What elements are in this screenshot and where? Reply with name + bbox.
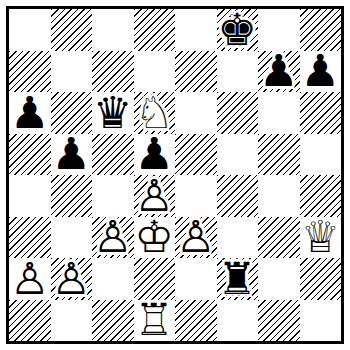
square-e3[interactable]: ♟♙ <box>175 217 217 259</box>
black-pawn[interactable]: ♟ <box>9 92 51 134</box>
black-pawn[interactable]: ♟ <box>134 134 176 176</box>
square-b3[interactable] <box>51 217 93 259</box>
square-d8[interactable] <box>134 9 176 51</box>
square-b2[interactable]: ♟♙ <box>51 258 93 300</box>
square-d7[interactable] <box>134 51 176 93</box>
square-d5[interactable]: ♟♟ <box>134 134 176 176</box>
square-f1[interactable] <box>217 300 259 342</box>
black-rook[interactable]: ♜ <box>217 258 259 300</box>
square-a2[interactable]: ♟♙ <box>9 258 51 300</box>
square-e2[interactable] <box>175 258 217 300</box>
square-g3[interactable] <box>258 217 300 259</box>
square-h3[interactable]: ♛♕ <box>300 217 342 259</box>
black-pawn[interactable]: ♟ <box>51 134 93 176</box>
black-pawn[interactable]: ♟ <box>258 51 300 93</box>
square-a5[interactable] <box>9 134 51 176</box>
square-e1[interactable] <box>175 300 217 342</box>
square-f8[interactable]: ♚♚ <box>217 9 259 51</box>
square-h2[interactable] <box>300 258 342 300</box>
square-g6[interactable] <box>258 92 300 134</box>
square-c7[interactable] <box>92 51 134 93</box>
square-c5[interactable] <box>92 134 134 176</box>
square-a3[interactable] <box>9 217 51 259</box>
square-h5[interactable] <box>300 134 342 176</box>
square-e8[interactable] <box>175 9 217 51</box>
square-g5[interactable] <box>258 134 300 176</box>
square-c3[interactable]: ♟♙ <box>92 217 134 259</box>
square-d1[interactable]: ♜♖ <box>134 300 176 342</box>
chess-board: ♚♚♟♟♟♟♟♟♛♛♞♘♟♟♟♟♟♙♟♙♚♔♟♙♛♕♟♙♟♙♜♜♜♖ <box>9 9 341 341</box>
square-h6[interactable] <box>300 92 342 134</box>
board-border: ♚♚♟♟♟♟♟♟♛♛♞♘♟♟♟♟♟♙♟♙♚♔♟♙♛♕♟♙♟♙♜♜♜♖ <box>6 6 344 344</box>
white-pawn[interactable]: ♙ <box>92 217 134 259</box>
square-b4[interactable] <box>51 175 93 217</box>
square-f4[interactable] <box>217 175 259 217</box>
square-b5[interactable]: ♟♟ <box>51 134 93 176</box>
black-pawn[interactable]: ♟ <box>300 51 342 93</box>
square-g1[interactable] <box>258 300 300 342</box>
white-king[interactable]: ♔ <box>134 217 176 259</box>
square-f6[interactable] <box>217 92 259 134</box>
square-c2[interactable] <box>92 258 134 300</box>
square-d3[interactable]: ♚♔ <box>134 217 176 259</box>
square-g2[interactable] <box>258 258 300 300</box>
square-e5[interactable] <box>175 134 217 176</box>
square-b8[interactable] <box>51 9 93 51</box>
white-pawn[interactable]: ♙ <box>9 258 51 300</box>
square-h7[interactable]: ♟♟ <box>300 51 342 93</box>
square-b7[interactable] <box>51 51 93 93</box>
white-queen[interactable]: ♕ <box>300 217 342 259</box>
square-h1[interactable] <box>300 300 342 342</box>
square-a8[interactable] <box>9 9 51 51</box>
white-pawn[interactable]: ♙ <box>51 258 93 300</box>
square-c1[interactable] <box>92 300 134 342</box>
square-a1[interactable] <box>9 300 51 342</box>
square-b1[interactable] <box>51 300 93 342</box>
square-f3[interactable] <box>217 217 259 259</box>
square-a4[interactable] <box>9 175 51 217</box>
square-a6[interactable]: ♟♟ <box>9 92 51 134</box>
square-a7[interactable] <box>9 51 51 93</box>
square-f5[interactable] <box>217 134 259 176</box>
square-g4[interactable] <box>258 175 300 217</box>
square-c6[interactable]: ♛♛ <box>92 92 134 134</box>
square-f2[interactable]: ♜♜ <box>217 258 259 300</box>
white-pawn[interactable]: ♙ <box>175 217 217 259</box>
square-e7[interactable] <box>175 51 217 93</box>
square-c8[interactable] <box>92 9 134 51</box>
square-e6[interactable] <box>175 92 217 134</box>
square-f7[interactable] <box>217 51 259 93</box>
chess-diagram: ♚♚♟♟♟♟♟♟♛♛♞♘♟♟♟♟♟♙♟♙♚♔♟♙♛♕♟♙♟♙♜♜♜♖ <box>0 0 350 350</box>
white-rook[interactable]: ♖ <box>134 300 176 342</box>
square-g7[interactable]: ♟♟ <box>258 51 300 93</box>
black-queen[interactable]: ♛ <box>92 92 134 134</box>
black-king[interactable]: ♚ <box>217 9 259 51</box>
